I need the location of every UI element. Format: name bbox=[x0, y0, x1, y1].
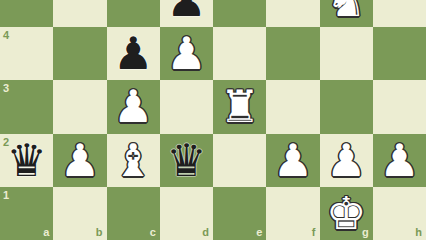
square-h4[interactable] bbox=[373, 27, 426, 80]
chessboard: ♟♞4♟♟3♟♜2♛♟♝♛♟♟♟1abcdefg♚h bbox=[0, 0, 426, 240]
rank-label-3: 3 bbox=[3, 83, 9, 94]
square-e3[interactable]: ♜ bbox=[213, 80, 266, 133]
square-a2[interactable]: 2♛ bbox=[0, 134, 53, 187]
square-b4[interactable] bbox=[53, 27, 106, 80]
square-b3[interactable] bbox=[53, 80, 106, 133]
square-d4[interactable]: ♟ bbox=[160, 27, 213, 80]
white-pawn[interactable]: ♟ bbox=[166, 31, 206, 76]
square-f1[interactable]: f bbox=[266, 187, 319, 240]
square-c1[interactable]: c bbox=[107, 187, 160, 240]
square-h2[interactable]: ♟ bbox=[373, 134, 426, 187]
square-a3[interactable]: 3 bbox=[0, 80, 53, 133]
file-label-a: a bbox=[43, 227, 49, 238]
square-d2[interactable]: ♛ bbox=[160, 134, 213, 187]
square-a4[interactable]: 4 bbox=[0, 27, 53, 80]
black-queen[interactable]: ♛ bbox=[6, 138, 46, 183]
file-label-e: e bbox=[256, 227, 262, 238]
rank-label-1: 1 bbox=[3, 190, 9, 201]
square-b1[interactable]: b bbox=[53, 187, 106, 240]
square-a5[interactable] bbox=[0, 0, 53, 27]
white-pawn[interactable]: ♟ bbox=[379, 138, 419, 183]
square-h3[interactable] bbox=[373, 80, 426, 133]
square-e5[interactable] bbox=[213, 0, 266, 27]
square-g2[interactable]: ♟ bbox=[320, 134, 373, 187]
square-e1[interactable]: e bbox=[213, 187, 266, 240]
square-d3[interactable] bbox=[160, 80, 213, 133]
square-c4[interactable]: ♟ bbox=[107, 27, 160, 80]
white-pawn[interactable]: ♟ bbox=[326, 138, 366, 183]
white-knight[interactable]: ♞ bbox=[326, 0, 366, 23]
white-bishop[interactable]: ♝ bbox=[113, 138, 153, 183]
chessboard-viewport: ♟♞4♟♟3♟♜2♛♟♝♛♟♟♟1abcdefg♚h bbox=[0, 0, 426, 240]
white-pawn[interactable]: ♟ bbox=[60, 138, 100, 183]
white-pawn[interactable]: ♟ bbox=[113, 84, 153, 129]
file-label-f: f bbox=[312, 227, 316, 238]
square-f5[interactable] bbox=[266, 0, 319, 27]
square-e2[interactable] bbox=[213, 134, 266, 187]
rank-label-4: 4 bbox=[3, 30, 9, 41]
black-queen[interactable]: ♛ bbox=[166, 138, 206, 183]
black-pawn[interactable]: ♟ bbox=[166, 0, 206, 23]
white-rook[interactable]: ♜ bbox=[219, 84, 259, 129]
black-pawn[interactable]: ♟ bbox=[113, 31, 153, 76]
square-c5[interactable] bbox=[107, 0, 160, 27]
square-f4[interactable] bbox=[266, 27, 319, 80]
square-a1[interactable]: 1a bbox=[0, 187, 53, 240]
square-g5[interactable]: ♞ bbox=[320, 0, 373, 27]
white-pawn[interactable]: ♟ bbox=[273, 138, 313, 183]
file-label-d: d bbox=[202, 227, 209, 238]
square-h5[interactable] bbox=[373, 0, 426, 27]
square-c3[interactable]: ♟ bbox=[107, 80, 160, 133]
square-f3[interactable] bbox=[266, 80, 319, 133]
white-king[interactable]: ♚ bbox=[326, 191, 366, 236]
square-h1[interactable]: h bbox=[373, 187, 426, 240]
square-g4[interactable] bbox=[320, 27, 373, 80]
file-label-h: h bbox=[415, 227, 422, 238]
square-g1[interactable]: g♚ bbox=[320, 187, 373, 240]
square-f2[interactable]: ♟ bbox=[266, 134, 319, 187]
square-d5[interactable]: ♟ bbox=[160, 0, 213, 27]
square-b2[interactable]: ♟ bbox=[53, 134, 106, 187]
file-label-c: c bbox=[150, 227, 156, 238]
square-c2[interactable]: ♝ bbox=[107, 134, 160, 187]
square-b5[interactable] bbox=[53, 0, 106, 27]
square-e4[interactable] bbox=[213, 27, 266, 80]
square-d1[interactable]: d bbox=[160, 187, 213, 240]
file-label-b: b bbox=[96, 227, 103, 238]
square-g3[interactable] bbox=[320, 80, 373, 133]
